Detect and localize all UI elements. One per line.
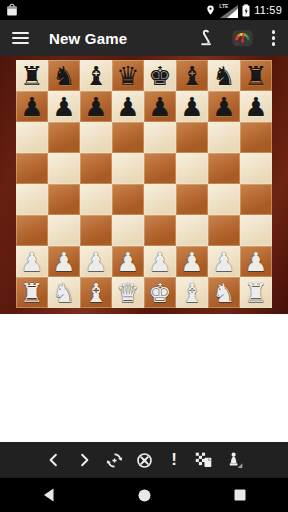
back-button[interactable] [0, 478, 96, 512]
strength-gauge-button[interactable] [231, 27, 254, 49]
black-bishop-piece: ♝ [84, 63, 107, 89]
square-d3[interactable] [112, 215, 144, 246]
square-a2[interactable]: ♟ [16, 246, 48, 277]
white-bishop-piece: ♝ [180, 280, 203, 306]
square-h2[interactable]: ♟ [240, 246, 272, 277]
square-g5[interactable] [208, 153, 240, 184]
square-h4[interactable] [240, 184, 272, 215]
square-g8[interactable]: ♞ [208, 60, 240, 91]
square-b1[interactable]: ♞ [48, 277, 80, 308]
square-f4[interactable] [176, 184, 208, 215]
square-d1[interactable]: ♛ [112, 277, 144, 308]
white-pawn-piece: ♟ [244, 249, 267, 275]
square-e6[interactable] [144, 122, 176, 153]
white-knight-piece: ♞ [52, 280, 75, 306]
square-f1[interactable]: ♝ [176, 277, 208, 308]
square-d6[interactable] [112, 122, 144, 153]
square-h8[interactable]: ♜ [240, 60, 272, 91]
square-a4[interactable] [16, 184, 48, 215]
white-pawn-piece: ♟ [180, 249, 203, 275]
announce-button[interactable]: ! [162, 446, 186, 474]
recents-button[interactable] [192, 478, 288, 512]
square-b8[interactable]: ♞ [48, 60, 80, 91]
black-pawn-piece: ♟ [244, 94, 267, 120]
android-nav-bar [0, 478, 288, 512]
engine-wheel-button[interactable] [132, 446, 156, 474]
black-king-piece: ♚ [148, 63, 171, 89]
overflow-menu-icon [269, 28, 278, 47]
square-e1[interactable]: ♚ [144, 277, 176, 308]
next-move-icon [75, 451, 93, 469]
white-pawn-piece: ♟ [212, 249, 235, 275]
black-knight-piece: ♞ [52, 63, 75, 89]
square-c7[interactable]: ♟ [80, 91, 112, 122]
square-e4[interactable] [144, 184, 176, 215]
square-b7[interactable]: ♟ [48, 91, 80, 122]
white-bishop-piece: ♝ [84, 280, 107, 306]
square-b3[interactable] [48, 215, 80, 246]
recents-icon [234, 489, 246, 501]
square-d8[interactable]: ♛ [112, 60, 144, 91]
black-pawn-piece: ♟ [148, 94, 171, 120]
engine-wheel-icon [135, 451, 154, 470]
square-f3[interactable] [176, 215, 208, 246]
clock-text: 11:59 [254, 4, 282, 16]
square-c2[interactable]: ♟ [80, 246, 112, 277]
board-frame: ♜♞♝♛♚♝♞♜♟♟♟♟♟♟♟♟♟♟♟♟♟♟♟♟♜♞♝♛♚♝♞♜ [0, 56, 288, 314]
square-f2[interactable]: ♟ [176, 246, 208, 277]
white-knight-piece: ♞ [212, 280, 235, 306]
black-rook-piece: ♜ [20, 63, 43, 89]
square-b6[interactable] [48, 122, 80, 153]
square-g6[interactable] [208, 122, 240, 153]
square-a7[interactable]: ♟ [16, 91, 48, 122]
black-pawn-piece: ♟ [84, 94, 107, 120]
location-pin-icon [205, 4, 216, 16]
white-queen-piece: ♛ [116, 280, 139, 306]
network-type-label: LTE [219, 3, 228, 9]
app-bar: New Game [0, 20, 288, 56]
square-g4[interactable] [208, 184, 240, 215]
square-e2[interactable]: ♟ [144, 246, 176, 277]
square-f6[interactable] [176, 122, 208, 153]
square-c3[interactable] [80, 215, 112, 246]
square-a3[interactable] [16, 215, 48, 246]
announce-icon: ! [171, 450, 177, 470]
flip-board-icon [104, 450, 125, 471]
previous-move-icon [45, 451, 63, 469]
square-e7[interactable]: ♟ [144, 91, 176, 122]
analysis-button[interactable] [196, 28, 216, 48]
board-editor-button[interactable] [192, 446, 216, 474]
square-a8[interactable]: ♜ [16, 60, 48, 91]
black-rook-piece: ♜ [244, 63, 267, 89]
square-d2[interactable]: ♟ [112, 246, 144, 277]
square-h3[interactable] [240, 215, 272, 246]
black-pawn-piece: ♟ [212, 94, 235, 120]
square-f8[interactable]: ♝ [176, 60, 208, 91]
flip-board-button[interactable] [102, 446, 126, 474]
square-g7[interactable]: ♟ [208, 91, 240, 122]
white-pawn-piece: ♟ [52, 249, 75, 275]
home-button[interactable] [96, 478, 192, 512]
white-pawn-piece: ♟ [84, 249, 107, 275]
phone-screen: LTE 11:59 New Game [0, 0, 288, 512]
back-icon [42, 488, 55, 502]
signal-triangle-icon: LTE [220, 4, 238, 17]
square-b4[interactable] [48, 184, 80, 215]
battery-charging-icon [242, 4, 250, 17]
square-c6[interactable] [80, 122, 112, 153]
menu-icon[interactable] [12, 28, 32, 48]
square-c4[interactable] [80, 184, 112, 215]
notification-bag-icon [6, 3, 18, 17]
previous-move-button[interactable] [42, 446, 66, 474]
board-editor-icon [193, 449, 215, 471]
square-a1[interactable]: ♜ [16, 277, 48, 308]
square-a6[interactable] [16, 122, 48, 153]
white-rook-piece: ♜ [244, 280, 267, 306]
analysis-icon [196, 28, 216, 48]
piece-set-icon [224, 450, 245, 471]
square-b5[interactable] [48, 153, 80, 184]
square-f7[interactable]: ♟ [176, 91, 208, 122]
strength-gauge-icon [231, 27, 254, 49]
square-c8[interactable]: ♝ [80, 60, 112, 91]
black-bishop-piece: ♝ [180, 63, 203, 89]
white-rook-piece: ♜ [20, 280, 43, 306]
square-d5[interactable] [112, 153, 144, 184]
square-h7[interactable]: ♟ [240, 91, 272, 122]
square-d7[interactable]: ♟ [112, 91, 144, 122]
square-d4[interactable] [112, 184, 144, 215]
black-pawn-piece: ♟ [116, 94, 139, 120]
square-e5[interactable] [144, 153, 176, 184]
white-pawn-piece: ♟ [20, 249, 43, 275]
home-icon [138, 489, 151, 502]
square-g3[interactable] [208, 215, 240, 246]
overflow-menu-button[interactable] [269, 28, 278, 47]
chess-board: ♜♞♝♛♚♝♞♜♟♟♟♟♟♟♟♟♟♟♟♟♟♟♟♟♜♞♝♛♚♝♞♜ [16, 60, 272, 308]
black-pawn-piece: ♟ [52, 94, 75, 120]
black-knight-piece: ♞ [212, 63, 235, 89]
black-pawn-piece: ♟ [20, 94, 43, 120]
white-king-piece: ♚ [148, 280, 171, 306]
piece-set-button[interactable] [222, 446, 246, 474]
square-e8[interactable]: ♚ [144, 60, 176, 91]
square-h5[interactable] [240, 153, 272, 184]
white-pawn-piece: ♟ [148, 249, 171, 275]
black-queen-piece: ♛ [116, 63, 139, 89]
status-bar: LTE 11:59 [0, 0, 288, 20]
square-f5[interactable] [176, 153, 208, 184]
black-pawn-piece: ♟ [180, 94, 203, 120]
square-c1[interactable]: ♝ [80, 277, 112, 308]
square-c5[interactable] [80, 153, 112, 184]
page-title: New Game [49, 30, 127, 47]
square-g2[interactable]: ♟ [208, 246, 240, 277]
square-h6[interactable] [240, 122, 272, 153]
square-a5[interactable] [16, 153, 48, 184]
white-pawn-piece: ♟ [116, 249, 139, 275]
content-area [0, 314, 288, 442]
square-h1[interactable]: ♜ [240, 277, 272, 308]
square-g1[interactable]: ♞ [208, 277, 240, 308]
square-b2[interactable]: ♟ [48, 246, 80, 277]
square-e3[interactable] [144, 215, 176, 246]
game-toolbar: ! [0, 442, 288, 478]
next-move-button[interactable] [72, 446, 96, 474]
